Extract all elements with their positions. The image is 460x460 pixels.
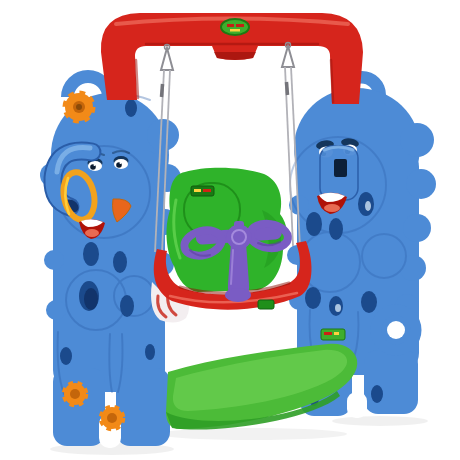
right-panel-foot-right: [364, 350, 418, 414]
left-panel-knob-mid: [64, 383, 86, 405]
backrest-label: [191, 186, 214, 196]
right-panel-sticker: [321, 329, 345, 340]
arch-logo-sticker: [221, 19, 249, 35]
left-panel-knob-top: [65, 93, 93, 121]
swing-set-illustration: [0, 0, 460, 460]
product-photo: [0, 0, 460, 460]
seat-front-latch: [258, 300, 274, 309]
left-panel-knob-bottom: [101, 407, 123, 429]
right-elephant-trunk: [320, 146, 358, 200]
left-panel-foot-right: [116, 368, 170, 446]
